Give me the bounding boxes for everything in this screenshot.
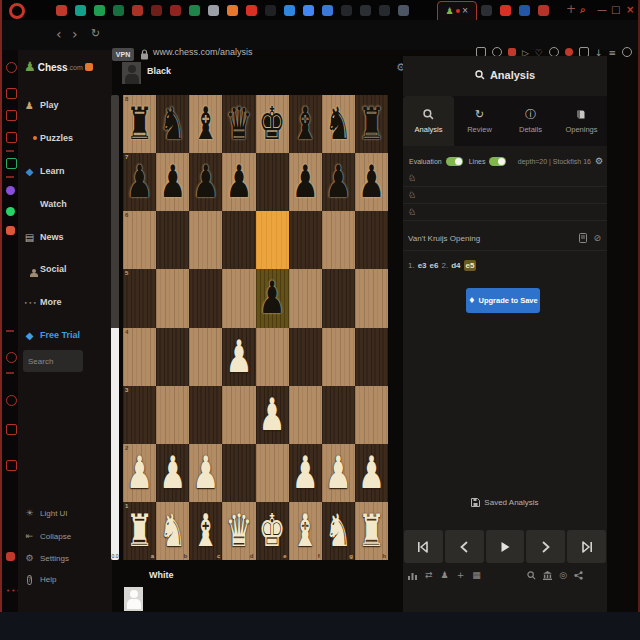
gear-icon: ⚙ bbox=[24, 553, 35, 564]
tab-favicon[interactable] bbox=[170, 5, 181, 16]
file-label: c bbox=[217, 553, 220, 559]
sidebar-item-label: Collapse bbox=[40, 532, 71, 541]
file-label: e bbox=[283, 553, 286, 559]
gx-control-icon[interactable] bbox=[6, 552, 15, 561]
square-f6[interactable] bbox=[289, 211, 322, 269]
rank-label: 5 bbox=[125, 270, 128, 276]
sidebar-search-input[interactable] bbox=[23, 350, 83, 372]
square-c2[interactable]: ♟ bbox=[189, 444, 222, 502]
free-trial-label: Free Trial bbox=[40, 330, 80, 340]
move[interactable]: d4 bbox=[451, 261, 460, 270]
tab-favicon[interactable] bbox=[538, 5, 549, 16]
tab-favicon[interactable] bbox=[481, 5, 492, 16]
engine-line-3[interactable]: ♘ bbox=[403, 204, 607, 221]
evaluation-bar-white bbox=[111, 328, 119, 560]
square-a8[interactable]: 8♜ bbox=[123, 95, 156, 153]
square-e6[interactable] bbox=[256, 211, 289, 269]
previous-move-button[interactable] bbox=[445, 530, 484, 563]
sidebar-item-label: Light UI bbox=[40, 509, 68, 518]
square-d1[interactable]: d♛ bbox=[222, 502, 255, 560]
rank-label: 2 bbox=[125, 445, 128, 451]
line-loading-icon: ♘ bbox=[408, 190, 416, 200]
sidebar-item-label: More bbox=[40, 297, 62, 307]
evaluation-toggle-label: Evaluation bbox=[409, 158, 442, 165]
square-e3[interactable]: ♟ bbox=[256, 386, 289, 444]
sidebar-item-news[interactable]: ▤News bbox=[24, 230, 64, 244]
saved-analysis-label: Saved Analysis bbox=[484, 498, 538, 507]
file-label: g bbox=[349, 553, 353, 559]
tab-details[interactable]: ⓘ Details bbox=[505, 96, 556, 146]
tab-favicon[interactable] bbox=[398, 5, 409, 16]
square-a3[interactable]: 3 bbox=[123, 386, 156, 444]
instagram-icon[interactable] bbox=[6, 226, 15, 235]
address-bar: ‹ › ↻ VPN www.chess.com/analysis ▷♡↓≡ bbox=[0, 20, 640, 50]
move-list: 1.e3e62.d4e5 bbox=[408, 260, 602, 271]
box-icon[interactable] bbox=[6, 424, 17, 435]
adblock-icon[interactable] bbox=[508, 48, 516, 56]
square-f4[interactable] bbox=[289, 328, 322, 386]
chesscom-pawn-icon: ♟ bbox=[24, 60, 36, 74]
square-b8[interactable]: ♞ bbox=[156, 95, 189, 153]
square-c8[interactable]: ♝ bbox=[189, 95, 222, 153]
diamond-icon: ◆ bbox=[24, 330, 35, 341]
line-loading-icon: ♘ bbox=[408, 207, 416, 217]
tab-favicon[interactable] bbox=[132, 5, 143, 16]
engine-depth-label: depth=20 | Stockfish 16 bbox=[518, 158, 591, 165]
go-to-start-button[interactable] bbox=[404, 530, 443, 563]
tabs-after-active bbox=[481, 4, 549, 16]
sidebar-item-social[interactable]: Social bbox=[24, 262, 67, 276]
tab-openings[interactable]: Openings bbox=[556, 96, 607, 146]
tab-favicon[interactable] bbox=[189, 5, 200, 16]
square-e4[interactable] bbox=[256, 328, 289, 386]
rank-label: 3 bbox=[125, 387, 128, 393]
block-icon[interactable]: ⊘ bbox=[593, 233, 601, 243]
rank-label: 8 bbox=[125, 96, 128, 102]
messenger-icon[interactable] bbox=[6, 186, 15, 195]
book-icon bbox=[576, 108, 587, 121]
square-b5[interactable] bbox=[156, 269, 189, 327]
sidebar-item-play[interactable]: ♟Play bbox=[24, 98, 59, 112]
tab-label: Details bbox=[519, 125, 542, 134]
rank-label: 1 bbox=[125, 503, 128, 509]
square-a5[interactable]: 5 bbox=[123, 269, 156, 327]
diamond-icon: ♦ bbox=[468, 296, 475, 305]
minimize-button[interactable]: — bbox=[597, 3, 607, 16]
file-label: d bbox=[250, 553, 254, 559]
tab-label: Openings bbox=[565, 125, 597, 134]
sidebar-item-settings[interactable]: ⚙Settings bbox=[24, 551, 69, 565]
square-f3[interactable] bbox=[289, 386, 322, 444]
mixer-icon[interactable] bbox=[6, 460, 17, 471]
white-player-name: White bbox=[149, 570, 174, 580]
square-h3[interactable] bbox=[355, 386, 388, 444]
windows-taskbar: F: 82°F Sunny ∧ FRA 3:11 PM 8/27/2023 bbox=[0, 612, 640, 640]
lock-icon bbox=[140, 49, 149, 60]
square-g1[interactable]: g♞ bbox=[322, 502, 355, 560]
square-g3[interactable] bbox=[322, 386, 355, 444]
vpn-badge[interactable]: VPN bbox=[112, 48, 134, 61]
square-e5[interactable]: ♟ bbox=[256, 269, 289, 327]
sidebar-item-puzzles[interactable]: Puzzles bbox=[24, 131, 73, 145]
square-g2[interactable]: ♟ bbox=[322, 444, 355, 502]
chesscom-favicon: ♟ bbox=[446, 7, 454, 16]
square-c3[interactable] bbox=[189, 386, 222, 444]
media-player-icon[interactable]: ▷ bbox=[522, 48, 529, 56]
engine-line-1[interactable]: ♘ bbox=[403, 170, 607, 187]
square-e7[interactable] bbox=[256, 153, 289, 211]
tab-close-icon[interactable]: × bbox=[462, 7, 469, 15]
tab-favicon[interactable] bbox=[379, 5, 390, 16]
new-tab-button[interactable]: + bbox=[566, 2, 576, 16]
square-b3[interactable] bbox=[156, 386, 189, 444]
tab-analysis[interactable]: Analysis bbox=[403, 96, 454, 146]
file-label: h bbox=[382, 553, 386, 559]
square-d6[interactable] bbox=[222, 211, 255, 269]
sidebar-item-label: Puzzles bbox=[40, 133, 73, 143]
rank-label: 6 bbox=[125, 212, 128, 218]
add-icon[interactable]: + bbox=[457, 570, 465, 580]
panel-title: Analysis bbox=[403, 64, 607, 86]
move[interactable]: e6 bbox=[430, 261, 439, 270]
gx-sidebar: ••• bbox=[2, 50, 18, 612]
square-f2[interactable]: ♟ bbox=[289, 444, 322, 502]
tab-favicon[interactable] bbox=[341, 5, 352, 16]
chess-board: 8♜♞♝♛♚♝♞♜7♟♟♟♟♟♟♟65♟4♟3♟2♟♟♟♟♟♟1a♜b♞c♝d♛… bbox=[123, 95, 388, 560]
flip-board-icon[interactable]: ⇄ bbox=[425, 570, 433, 580]
divider bbox=[6, 330, 14, 332]
eval-chart-icon[interactable] bbox=[408, 571, 417, 580]
evaluation-toggle[interactable] bbox=[446, 157, 463, 166]
panel-tools: ◎ bbox=[527, 570, 583, 580]
explorer-book-icon[interactable] bbox=[579, 233, 587, 243]
tab-favicon[interactable] bbox=[500, 5, 511, 16]
tab-favicon[interactable] bbox=[56, 5, 67, 16]
tab-favicon[interactable] bbox=[113, 5, 124, 16]
maximize-button[interactable]: □ bbox=[611, 3, 620, 16]
file-label: b bbox=[184, 553, 188, 559]
tab-favicon[interactable] bbox=[246, 5, 257, 16]
saved-analysis[interactable]: Saved Analysis bbox=[403, 498, 607, 507]
downloads-icon[interactable]: ↓ bbox=[595, 48, 603, 56]
profile-icon[interactable] bbox=[622, 47, 632, 57]
square-h7[interactable]: ♟ bbox=[355, 153, 388, 211]
divider bbox=[6, 150, 14, 152]
speed-dial-icon[interactable] bbox=[6, 88, 17, 99]
square-b4[interactable] bbox=[156, 328, 189, 386]
square-g8[interactable]: ♞ bbox=[322, 95, 355, 153]
pawn-icon: ♟ bbox=[24, 100, 35, 111]
square-b2[interactable]: ♟ bbox=[156, 444, 189, 502]
square-d5[interactable] bbox=[222, 269, 255, 327]
square-c7[interactable]: ♟ bbox=[189, 153, 222, 211]
info-icon: ⓘ bbox=[525, 108, 536, 121]
white-avatar[interactable] bbox=[124, 587, 143, 611]
file-label: f bbox=[318, 553, 320, 559]
reading-list-icon[interactable]: ≡ bbox=[608, 48, 616, 56]
square-b7[interactable]: ♟ bbox=[156, 153, 189, 211]
wishlist-icon[interactable]: ♡ bbox=[535, 48, 543, 56]
square-c5[interactable] bbox=[189, 269, 222, 327]
square-g7[interactable]: ♟ bbox=[322, 153, 355, 211]
upgrade-to-save-button[interactable]: ♦ Upgrade to Save bbox=[466, 288, 540, 313]
chesscom-logo[interactable]: ♟ Chess .com bbox=[24, 60, 93, 74]
square-e8[interactable]: ♚ bbox=[256, 95, 289, 153]
tab-favicon[interactable] bbox=[519, 5, 530, 16]
square-f5[interactable] bbox=[289, 269, 322, 327]
collapse-icon: ⇤ bbox=[24, 531, 35, 542]
tab-favicon[interactable] bbox=[322, 5, 333, 16]
clock-icon[interactable] bbox=[6, 395, 17, 406]
magnifier-icon bbox=[475, 70, 485, 80]
square-h8[interactable]: ♜ bbox=[355, 95, 388, 153]
sidebar-item-more[interactable]: •••More bbox=[24, 295, 62, 309]
divider bbox=[6, 176, 14, 178]
engine-settings-gear-icon[interactable]: ⚙ bbox=[595, 156, 603, 166]
square-h6[interactable] bbox=[355, 211, 388, 269]
lines-toggle-label: Lines bbox=[469, 158, 486, 165]
extension-red-icon[interactable] bbox=[565, 48, 573, 56]
upgrade-label: Upgrade to Save bbox=[478, 296, 537, 305]
logo-text: Chess bbox=[38, 62, 68, 73]
library-icon[interactable] bbox=[543, 571, 552, 580]
zoom-icon[interactable] bbox=[527, 571, 536, 580]
square-d4[interactable]: ♟ bbox=[222, 328, 255, 386]
square-h1[interactable]: h♜ bbox=[355, 502, 388, 560]
square-d3[interactable] bbox=[222, 386, 255, 444]
go-to-end-button[interactable] bbox=[567, 530, 606, 563]
learn-icon: ◆ bbox=[24, 166, 35, 177]
newspaper-icon: ▤ bbox=[24, 232, 35, 243]
engine-controls: Evaluation Lines depth=20 | Stockfish 16… bbox=[403, 152, 607, 170]
file-label: a bbox=[151, 553, 154, 559]
next-move-button[interactable] bbox=[526, 530, 565, 563]
review-icon: ↻ bbox=[475, 108, 484, 121]
tab-favicon[interactable] bbox=[284, 5, 295, 16]
square-d2[interactable] bbox=[222, 444, 255, 502]
move[interactable]: e3 bbox=[418, 261, 427, 270]
gx-cards-icon[interactable] bbox=[6, 132, 17, 143]
square-h2[interactable]: ♟ bbox=[355, 444, 388, 502]
sidebar-item-free-trial[interactable]: ◆ Free Trial bbox=[24, 328, 80, 342]
tab-review[interactable]: ↻ Review bbox=[454, 96, 505, 146]
sidebar-item-help[interactable]: ?Help bbox=[24, 572, 56, 586]
browser-tab-strip: ♟ × + ⌕ — □ × bbox=[0, 0, 640, 21]
tab-favicon[interactable] bbox=[94, 5, 105, 16]
square-a4[interactable]: 4 bbox=[123, 328, 156, 386]
tab-favicon[interactable] bbox=[265, 5, 276, 16]
evaluation-value: 0.0 bbox=[111, 553, 119, 559]
opening-name: Van't Kruijs Opening bbox=[408, 234, 480, 243]
screen: ♟ × + ⌕ — □ × ‹ › ↻ VPN www.chess.com/an… bbox=[0, 0, 640, 640]
square-f8[interactable]: ♝ bbox=[289, 95, 322, 153]
square-f7[interactable]: ♟ bbox=[289, 153, 322, 211]
board-setup-icon[interactable]: ▦ bbox=[472, 570, 481, 580]
tab-favicon[interactable] bbox=[303, 5, 314, 16]
analysis-panel: Analysis Analysis ↻ Review ⓘ Details bbox=[403, 56, 607, 612]
pinned-tabs bbox=[56, 4, 409, 16]
black-player-name: Black bbox=[147, 66, 171, 76]
square-g6[interactable] bbox=[322, 211, 355, 269]
move-number: 2. bbox=[441, 261, 448, 270]
whatsapp-icon[interactable] bbox=[6, 207, 15, 216]
square-g4[interactable] bbox=[322, 328, 355, 386]
rank-label: 4 bbox=[125, 329, 128, 335]
tab-favicon[interactable] bbox=[360, 5, 371, 16]
panel-tabs: Analysis ↻ Review ⓘ Details Openings bbox=[403, 96, 607, 146]
bulb-icon: ☀ bbox=[24, 508, 35, 519]
evaluation-bar: 0.0 bbox=[111, 95, 119, 560]
square-d8[interactable]: ♛ bbox=[222, 95, 255, 153]
play-button[interactable] bbox=[486, 530, 525, 563]
square-b6[interactable] bbox=[156, 211, 189, 269]
tab-favicon[interactable] bbox=[75, 5, 86, 16]
square-e2[interactable] bbox=[256, 444, 289, 502]
engine-line-2[interactable]: ♘ bbox=[403, 187, 607, 204]
black-avatar[interactable] bbox=[122, 62, 141, 84]
sidebar-item-label: Play bbox=[40, 100, 59, 110]
sidebar-item-label: News bbox=[40, 232, 64, 242]
square-a2[interactable]: 2♟ bbox=[123, 444, 156, 502]
sidebar-item-label: Social bbox=[40, 264, 67, 274]
engine-lines: ♘♘♘ bbox=[403, 170, 607, 221]
rank-label: 7 bbox=[125, 154, 128, 160]
line-loading-icon: ♘ bbox=[408, 173, 416, 183]
unread-dot bbox=[456, 9, 460, 13]
url-text[interactable]: www.chess.com/analysis bbox=[153, 47, 253, 57]
sidebar-item-collapse[interactable]: ⇤Collapse bbox=[24, 529, 71, 543]
board-tools: ⇄ ♟ + ▦ bbox=[408, 570, 481, 580]
panel-title-text: Analysis bbox=[490, 69, 535, 81]
help-icon: ? bbox=[24, 574, 35, 585]
chesscom-sidebar: ♟ Chess .com ♟PlayPuzzles◆LearnWatch▤New… bbox=[18, 50, 112, 612]
gx-player-icon[interactable] bbox=[6, 110, 17, 121]
sidebar-item-watch[interactable]: Watch bbox=[24, 197, 67, 211]
back-button[interactable]: ‹ bbox=[56, 25, 62, 43]
focus-icon[interactable]: ◎ bbox=[559, 570, 567, 580]
tab-favicon[interactable] bbox=[227, 5, 238, 16]
more-icon[interactable]: ••• bbox=[6, 590, 15, 593]
tab-label: Analysis bbox=[415, 125, 443, 134]
sidebar-item-light-ui[interactable]: ☀Light UI bbox=[24, 506, 68, 520]
gx-home-icon[interactable] bbox=[6, 62, 17, 73]
square-c4[interactable] bbox=[189, 328, 222, 386]
sidebar-item-label: Watch bbox=[40, 199, 67, 209]
logo-suffix: .com bbox=[68, 64, 83, 71]
square-h5[interactable] bbox=[355, 269, 388, 327]
square-a6[interactable]: 6 bbox=[123, 211, 156, 269]
move[interactable]: e5 bbox=[464, 260, 477, 271]
square-g5[interactable] bbox=[322, 269, 355, 327]
tab-label: Review bbox=[467, 125, 492, 134]
square-h4[interactable] bbox=[355, 328, 388, 386]
dots-icon: ••• bbox=[24, 297, 35, 308]
square-d7[interactable]: ♟ bbox=[222, 153, 255, 211]
lines-toggle[interactable] bbox=[489, 157, 506, 166]
move-navigation bbox=[404, 530, 606, 563]
close-button[interactable]: × bbox=[626, 3, 634, 16]
sidebar-item-label: Settings bbox=[40, 554, 69, 563]
floppy-disk-icon bbox=[471, 498, 480, 507]
move-number: 1. bbox=[408, 261, 415, 270]
opening-row: Van't Kruijs Opening ⊘ bbox=[403, 226, 607, 251]
app-store-icon[interactable] bbox=[6, 158, 17, 169]
square-c6[interactable] bbox=[189, 211, 222, 269]
square-a7[interactable]: 7♟ bbox=[123, 153, 156, 211]
browser-search-icon[interactable]: ⌕ bbox=[580, 3, 586, 16]
forward-button[interactable]: › bbox=[72, 25, 78, 43]
magnifier-icon bbox=[423, 108, 434, 121]
divider bbox=[6, 372, 14, 374]
tab-favicon[interactable] bbox=[151, 5, 162, 16]
notification-badge bbox=[85, 63, 93, 71]
sidebar-item-learn[interactable]: ◆Learn bbox=[24, 164, 65, 178]
tab-favicon[interactable] bbox=[208, 5, 219, 16]
square-c1[interactable]: c♝ bbox=[189, 502, 222, 560]
share-icon[interactable] bbox=[574, 571, 583, 580]
reload-button[interactable]: ↻ bbox=[91, 25, 100, 43]
sidebar-item-label: Help bbox=[40, 575, 56, 584]
square-b1[interactable]: b♞ bbox=[156, 502, 189, 560]
sidebar-item-label: Learn bbox=[40, 166, 65, 176]
history-icon[interactable] bbox=[6, 352, 17, 363]
opera-logo-icon[interactable] bbox=[9, 3, 25, 19]
square-a1[interactable]: 1a♜ bbox=[123, 502, 156, 560]
pieces-icon[interactable]: ♟ bbox=[441, 570, 449, 580]
square-f1[interactable]: f♝ bbox=[289, 502, 322, 560]
square-e1[interactable]: e♚ bbox=[256, 502, 289, 560]
active-tab[interactable]: ♟ × bbox=[437, 1, 477, 21]
